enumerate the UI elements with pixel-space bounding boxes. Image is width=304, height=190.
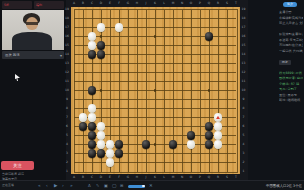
coord-label-right: 10 bbox=[241, 89, 246, 92]
danmaku-text: 中国围棋人口2亿 3个亿 bbox=[200, 184, 302, 188]
star-point bbox=[100, 35, 102, 37]
coord-label-bottom: N bbox=[180, 176, 184, 179]
chat-message: 不迷路 每天定时开播 bbox=[279, 38, 303, 43]
coord-label-top: T bbox=[234, 2, 238, 5]
stone-white-F17 bbox=[115, 23, 124, 32]
coord-label-bottom: M bbox=[171, 176, 175, 179]
playback-icon-3[interactable]: › bbox=[62, 183, 64, 189]
coord-label-right: 9 bbox=[241, 98, 246, 101]
go-board[interactable] bbox=[71, 7, 240, 174]
coord-label-bottom: P bbox=[198, 176, 202, 179]
coord-label-top: P bbox=[198, 2, 202, 5]
coord-label-top: D bbox=[99, 2, 103, 5]
coord-label-bottom: O bbox=[189, 176, 193, 179]
chevron-down-icon: ▾ bbox=[60, 53, 62, 58]
star-point bbox=[154, 143, 156, 145]
playback-icon-4[interactable]: » bbox=[70, 183, 73, 189]
chat-message: 禁止人身攻击 文明观棋 bbox=[279, 21, 303, 26]
coord-label-top: R bbox=[216, 2, 220, 5]
coord-label-right: 4 bbox=[241, 143, 246, 146]
stone-white-R4 bbox=[214, 140, 223, 149]
coord-label-top: C bbox=[90, 2, 94, 5]
coord-label-bottom: G bbox=[126, 176, 130, 179]
stream-status-text: 正在直播 bbox=[2, 183, 14, 187]
chat-message: 围棋爱好者: 白好厚 bbox=[279, 76, 303, 81]
stone-black-D14 bbox=[97, 50, 106, 59]
coord-label-right: 5 bbox=[241, 134, 246, 137]
stone-black-Q5 bbox=[205, 131, 214, 140]
tool-icon-3[interactable]: ◯ bbox=[112, 183, 116, 189]
chat-message: 路过: 继续继续 bbox=[279, 98, 303, 103]
stone-white-C16 bbox=[88, 32, 97, 41]
chat-message: 星位: 黑不亏 bbox=[279, 93, 303, 98]
coord-label-right: 15 bbox=[241, 44, 246, 47]
coord-label-bottom: D bbox=[99, 176, 103, 179]
tool-icon-0[interactable]: A bbox=[88, 183, 91, 189]
coord-label-top: L bbox=[162, 2, 166, 5]
chat-message bbox=[279, 27, 303, 32]
stone-black-D3 bbox=[97, 149, 106, 158]
coord-label-bottom: F bbox=[117, 176, 121, 179]
stone-white-C7 bbox=[88, 113, 97, 122]
chat-message: 天元: 学到了 bbox=[279, 87, 303, 92]
stone-black-Q6 bbox=[205, 122, 214, 131]
close-icon[interactable]: ✕ bbox=[149, 183, 153, 189]
tool-icon-4[interactable]: ⊞ bbox=[120, 183, 123, 189]
webcam-panel: 5折 福利 画质 超清 ▾ 关注 当前清晰度 超清 弹幕已开启 bbox=[0, 0, 66, 180]
chat-message: 直播公告 bbox=[279, 10, 303, 15]
reply-button[interactable]: 回复 bbox=[279, 60, 291, 65]
volume-slider[interactable] bbox=[128, 185, 145, 189]
coord-label-top: A bbox=[72, 2, 76, 5]
chat-message bbox=[279, 54, 303, 59]
panel-info-button[interactable]: 简介 bbox=[283, 2, 297, 7]
playback-icon-1[interactable]: ‹ bbox=[46, 183, 48, 189]
stone-black-J4 bbox=[142, 140, 151, 149]
playback-icon-0[interactable]: « bbox=[38, 183, 41, 189]
coord-label-right: 13 bbox=[241, 62, 246, 65]
coord-label-right: 6 bbox=[241, 125, 246, 128]
stone-white-D5 bbox=[97, 131, 106, 140]
coord-label-right: 12 bbox=[241, 71, 246, 74]
quality-dropdown-label: 画质 超清 bbox=[5, 53, 20, 57]
coord-label-bottom: K bbox=[153, 176, 157, 179]
coord-label-bottom: E bbox=[108, 176, 112, 179]
streamer-glasses bbox=[26, 22, 38, 25]
stone-white-C8 bbox=[88, 104, 97, 113]
chat-message: 今晚讲解实战对局复盘 bbox=[279, 16, 303, 21]
stone-black-Q16 bbox=[205, 32, 214, 41]
coord-label-right: 7 bbox=[241, 116, 246, 119]
coord-label-bottom: L bbox=[162, 176, 166, 179]
coord-label-bottom: Q bbox=[207, 176, 211, 179]
follow-button[interactable]: 关注 bbox=[1, 161, 34, 170]
slider-knob[interactable] bbox=[142, 185, 145, 188]
playback-icon-2[interactable]: ▶ bbox=[54, 183, 57, 189]
quality-dropdown[interactable]: 画质 超清 ▾ bbox=[2, 51, 64, 59]
star-point bbox=[154, 35, 156, 37]
coord-label-bottom: A bbox=[72, 176, 76, 179]
webcam-video bbox=[2, 10, 64, 50]
coord-label-right: 19 bbox=[241, 8, 246, 11]
stone-white-C15 bbox=[88, 41, 97, 50]
coord-label-right: 16 bbox=[241, 35, 246, 38]
stone-black-B6 bbox=[79, 122, 88, 131]
coord-label-right: 17 bbox=[241, 26, 246, 29]
stone-white-D6 bbox=[97, 122, 106, 131]
player-toolbar: 正在直播 ✕ 中国围棋人口2亿 3个亿 «‹▶›»A✎▣◯⊞ bbox=[0, 180, 304, 190]
coord-label-top: G bbox=[126, 2, 130, 5]
coord-label-top: K bbox=[153, 2, 157, 5]
stone-white-D4 bbox=[97, 140, 106, 149]
coord-label-right: 18 bbox=[241, 17, 246, 20]
coord-label-top: F bbox=[117, 2, 121, 5]
stone-white-D17 bbox=[97, 23, 106, 32]
stone-black-C5 bbox=[88, 131, 97, 140]
promo-tile-1-label: 5折 bbox=[2, 1, 32, 9]
stone-white-E3 bbox=[106, 149, 115, 158]
chat-message: 有问题扣在公屏上 bbox=[279, 43, 303, 48]
coord-label-top: Q bbox=[207, 2, 211, 5]
tool-icon-2[interactable]: ▣ bbox=[104, 183, 108, 189]
stone-black-C10 bbox=[88, 86, 97, 95]
stone-white-B7 bbox=[79, 113, 88, 122]
coord-label-bottom: R bbox=[216, 176, 220, 179]
promo-tile-2-label: 福利 bbox=[34, 1, 64, 9]
stone-black-C4 bbox=[88, 140, 97, 149]
star-point bbox=[100, 89, 102, 91]
stone-black-C3 bbox=[88, 149, 97, 158]
coord-label-right: 3 bbox=[241, 152, 246, 155]
stone-white-O4 bbox=[187, 140, 196, 149]
coord-label-top: J bbox=[144, 2, 148, 5]
coord-label-top: S bbox=[225, 2, 229, 5]
coord-label-top: E bbox=[108, 2, 112, 5]
stone-black-D15 bbox=[97, 41, 106, 50]
coord-label-right: 1 bbox=[241, 170, 246, 173]
chat-message: 棋友8899: 好棋 bbox=[279, 71, 303, 76]
promo-tile-1[interactable]: 5折 bbox=[2, 1, 32, 9]
stone-black-Q4 bbox=[205, 140, 214, 149]
coord-label-top: M bbox=[171, 2, 175, 5]
coord-label-bottom: H bbox=[135, 176, 139, 179]
coord-label-bottom: J bbox=[144, 176, 148, 179]
stream-window: 5折 福利 画质 超清 ▾ 关注 当前清晰度 超清 弹幕已开启 AABBCCDD… bbox=[0, 0, 304, 190]
chat-message: 欢迎来到直播间 点关注 bbox=[279, 32, 303, 37]
coord-label-top: H bbox=[135, 2, 139, 5]
stone-black-F4 bbox=[115, 140, 124, 149]
streamer-torso bbox=[12, 32, 52, 50]
stone-white-E4 bbox=[106, 140, 115, 149]
coord-label-right: 8 bbox=[241, 107, 246, 110]
coord-label-right: 11 bbox=[241, 80, 246, 83]
stone-white-E2 bbox=[106, 158, 115, 167]
tool-icon-1[interactable]: ✎ bbox=[96, 183, 99, 189]
coord-label-top: B bbox=[81, 2, 85, 5]
stone-black-M4 bbox=[169, 140, 178, 149]
stone-black-F3 bbox=[115, 149, 124, 158]
coord-label-right: 14 bbox=[241, 53, 246, 56]
coord-label-bottom: C bbox=[90, 176, 94, 179]
chat-panel: 简介 直播公告今晚讲解实战对局复盘禁止人身攻击 文明观棋欢迎来到直播间 点关注不… bbox=[248, 0, 304, 180]
stone-white-R6 bbox=[214, 122, 223, 131]
stone-black-O5 bbox=[187, 131, 196, 140]
mouse-cursor-icon bbox=[15, 74, 20, 81]
coord-label-top: O bbox=[189, 2, 193, 5]
coord-label-bottom: T bbox=[234, 176, 238, 179]
stone-white-R5 bbox=[214, 131, 223, 140]
promo-tile-2[interactable]: 福利 bbox=[34, 1, 64, 9]
star-point bbox=[154, 89, 156, 91]
star-point bbox=[208, 89, 210, 91]
chat-message: 小林流: R7 稳 bbox=[279, 82, 303, 87]
stone-black-C14 bbox=[88, 50, 97, 59]
stone-black-C6 bbox=[88, 122, 97, 131]
coord-label-bottom: S bbox=[225, 176, 229, 179]
coord-label-bottom: B bbox=[81, 176, 85, 179]
chat-message: 一起学棋 共同进步 bbox=[279, 49, 303, 54]
coord-label-right: 2 bbox=[241, 161, 246, 164]
coord-label-top: N bbox=[180, 2, 184, 5]
chat-message bbox=[279, 65, 303, 70]
